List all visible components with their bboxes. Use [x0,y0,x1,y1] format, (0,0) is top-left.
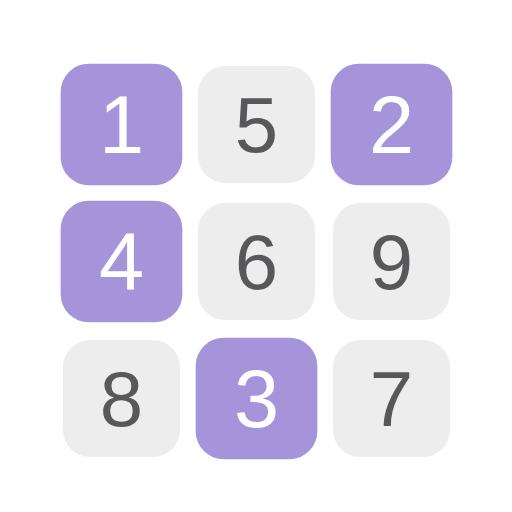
tile-r2c3[interactable]: 9 [333,203,450,320]
tile-r3c2[interactable]: 3 [196,338,318,460]
number-grid: 1 5 2 4 6 9 8 3 7 [63,66,450,457]
tile-r1c1[interactable]: 1 [61,64,183,186]
tile-r2c1[interactable]: 4 [61,201,183,323]
tile-r1c3[interactable]: 2 [331,64,453,186]
app-background: { "game": "touch-the-numbers (3x3 number… [0,0,512,512]
tile-r2c2[interactable]: 6 [198,203,315,320]
tile-r1c2[interactable]: 5 [198,66,315,183]
tile-r3c1[interactable]: 8 [63,340,180,457]
tile-r3c3[interactable]: 7 [333,340,450,457]
